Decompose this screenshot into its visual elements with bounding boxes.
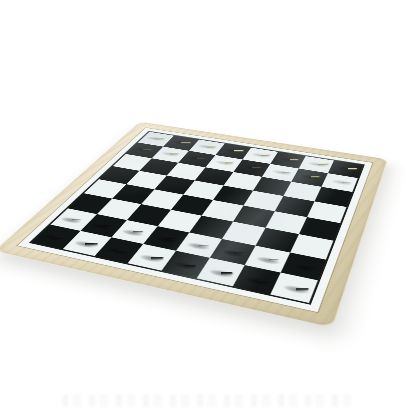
faint-watermark	[62, 394, 354, 407]
photo-canvas: ♜♞♝♚♛♝♞♜♟♟♟♟♟♟♟♟♟♟♟♟♟♟♟♟♜♞♝♚♛♝♞♜	[0, 0, 416, 416]
chessboard: ♜♞♝♚♛♝♞♜♟♟♟♟♟♟♟♟♟♟♟♟♟♟♟♟♜♞♝♚♛♝♞♜	[29, 131, 365, 305]
rook-glyph: ♜	[277, 254, 314, 296]
